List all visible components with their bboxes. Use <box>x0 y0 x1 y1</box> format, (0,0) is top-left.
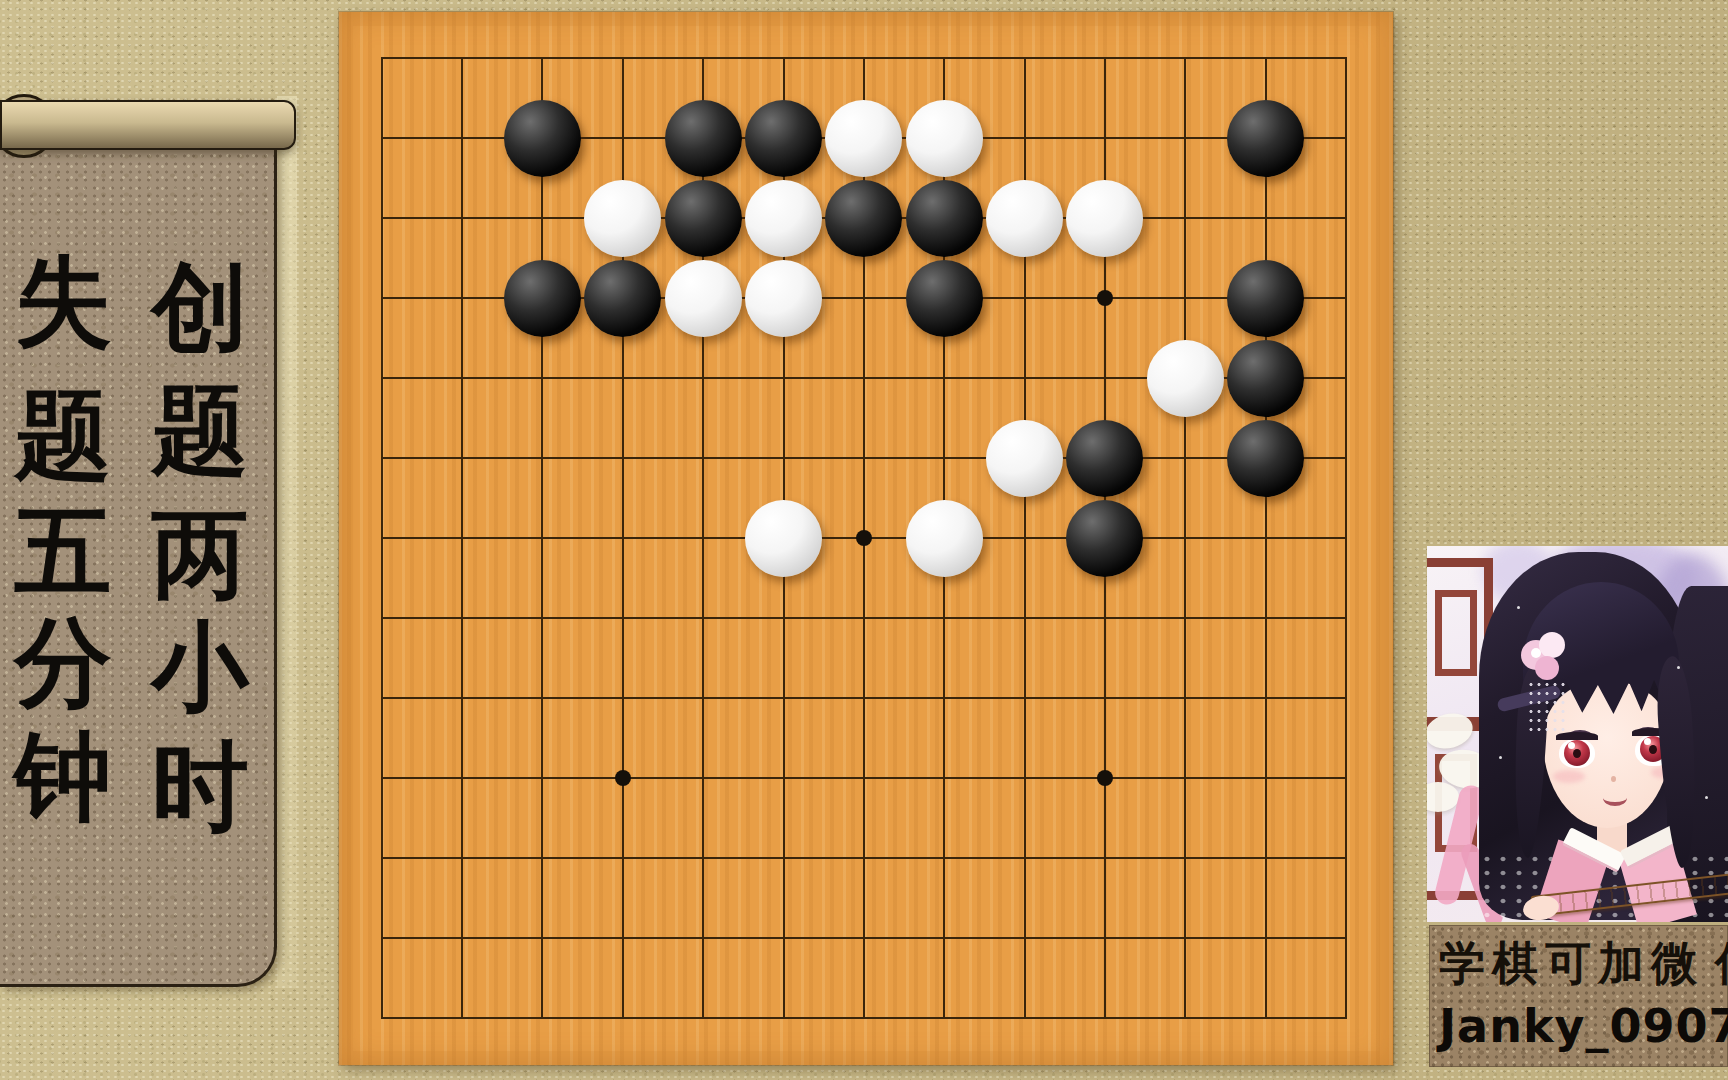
scroll-character: 钟 <box>15 729 112 826</box>
go-board[interactable] <box>339 12 1393 1065</box>
grid-line-horizontal <box>381 617 1347 619</box>
scroll-character: 时 <box>152 739 249 836</box>
black-stone <box>745 100 822 177</box>
banner-chinese-text: 学棋可加微 <box>1439 939 1704 987</box>
smiling-mouth <box>1603 790 1627 806</box>
black-stone <box>665 180 742 257</box>
scroll-character: 分 <box>15 615 112 712</box>
sparkle <box>1517 606 1520 609</box>
flower-hairpin <box>1531 648 1541 658</box>
white-stone <box>1066 180 1143 257</box>
banner-wechat-id: Janky_0907 <box>1439 1001 1728 1051</box>
scroll-character: 题 <box>15 388 112 485</box>
black-stone <box>906 260 983 337</box>
white-stone <box>986 420 1063 497</box>
white-stone <box>825 100 902 177</box>
grid-line-horizontal <box>381 777 1347 779</box>
flower-hairpin <box>1539 632 1565 658</box>
screenshot-root: 创题两小时失题五分钟 <box>0 0 1728 1080</box>
black-stone <box>1066 500 1143 577</box>
flower-hairpin <box>1535 656 1559 680</box>
grid-line-horizontal <box>381 697 1347 699</box>
sparkle <box>1499 756 1502 759</box>
black-stone <box>665 100 742 177</box>
black-stone <box>504 100 581 177</box>
grid-line-vertical <box>1265 57 1267 1019</box>
bead-ornament <box>1527 680 1569 734</box>
scroll-character: 两 <box>152 507 249 604</box>
black-stone <box>825 180 902 257</box>
banner-clipped-char: 信 <box>1715 939 1728 987</box>
black-stone <box>1227 260 1304 337</box>
white-stone <box>665 260 742 337</box>
white-stone <box>906 500 983 577</box>
scroll-character: 五 <box>15 504 112 601</box>
black-stone <box>1227 340 1304 417</box>
grid-line-horizontal <box>381 937 1347 939</box>
white-stone <box>906 100 983 177</box>
streamer-avatar-image <box>1427 546 1728 922</box>
scroll-character: 失 <box>15 254 112 351</box>
black-stone <box>1227 420 1304 497</box>
white-stone <box>584 180 661 257</box>
grid-line-vertical <box>1184 57 1186 1019</box>
black-stone <box>504 260 581 337</box>
star-point <box>856 530 872 546</box>
grid-line-horizontal <box>381 1017 1347 1019</box>
scroll-roller-bar <box>0 100 296 150</box>
star-point <box>1097 290 1113 306</box>
star-point <box>615 770 631 786</box>
scroll-character: 题 <box>152 383 249 480</box>
blush <box>1553 770 1585 783</box>
nose <box>1611 776 1616 782</box>
black-stone <box>1227 100 1304 177</box>
white-stone <box>745 260 822 337</box>
contact-banner: 学棋可加微 信 Janky_0907 <box>1429 925 1728 1067</box>
grid-line-vertical <box>1345 57 1347 1019</box>
white-stone <box>745 500 822 577</box>
scroll-edge-highlight <box>277 96 297 988</box>
grid-line-horizontal <box>381 857 1347 859</box>
black-stone <box>1066 420 1143 497</box>
sparkle <box>1705 796 1708 799</box>
scroll-character: 小 <box>152 619 249 716</box>
white-stone <box>986 180 1063 257</box>
star-point <box>1097 770 1113 786</box>
sparkle <box>1677 666 1680 669</box>
scroll-character: 创 <box>152 260 249 357</box>
red-eye <box>1559 738 1595 768</box>
black-stone <box>906 180 983 257</box>
black-stone <box>584 260 661 337</box>
lattice-window <box>1435 590 1477 676</box>
white-stone <box>1147 340 1224 417</box>
white-stone <box>745 180 822 257</box>
